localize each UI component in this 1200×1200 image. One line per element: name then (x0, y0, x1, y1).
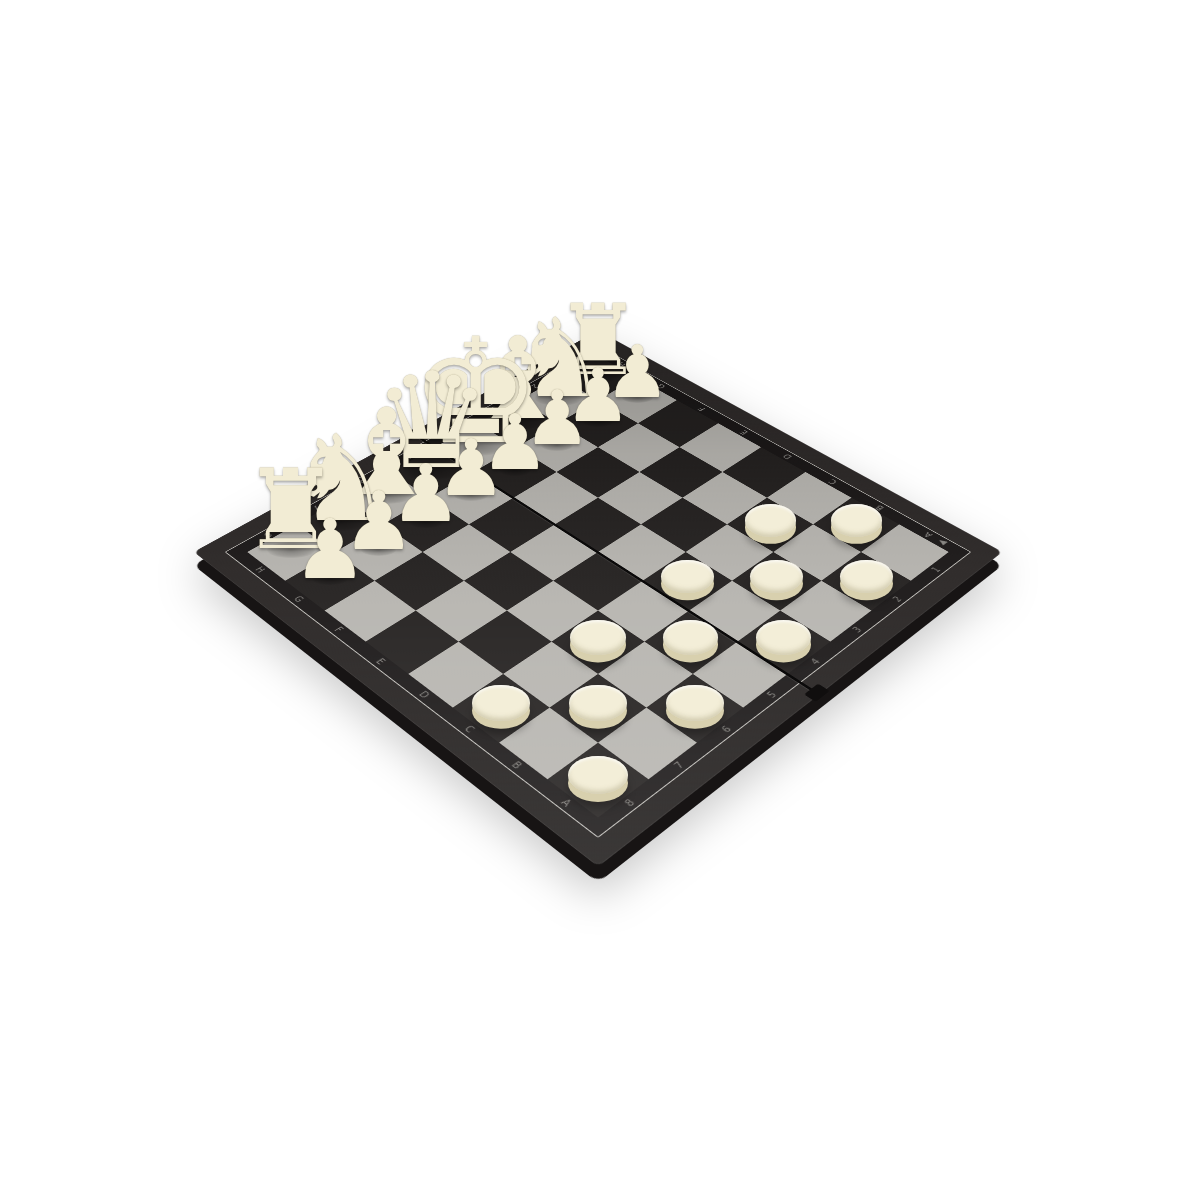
square-c6-r7[interactable] (821, 552, 910, 611)
board-grid (247, 356, 948, 817)
square-c2-r3[interactable] (464, 552, 553, 611)
square-c0-r7[interactable] (547, 743, 648, 818)
square-c4-r5[interactable] (643, 552, 732, 611)
square-c0-r3[interactable] (366, 611, 459, 674)
square-c1-r2[interactable] (375, 552, 464, 611)
square-c3-r7[interactable] (693, 642, 788, 708)
square-c5-r7[interactable] (780, 581, 871, 642)
square-c4-r7[interactable] (737, 611, 830, 674)
file-label-bottom-H: H (253, 566, 266, 574)
square-c2-r4[interactable] (507, 581, 598, 642)
rank-label-right-6: 6 (720, 725, 733, 734)
square-c1-r7[interactable] (598, 708, 697, 780)
rank-label-right-4: 4 (810, 658, 823, 667)
square-c0-r1[interactable] (285, 552, 374, 611)
file-label-bottom-G: G (292, 595, 305, 604)
square-c2-r5[interactable] (552, 611, 645, 674)
square-c5-r6[interactable] (732, 552, 821, 611)
square-c2-r6[interactable] (598, 642, 693, 708)
file-label-bottom-B: B (510, 761, 524, 771)
rank-label-right-3: 3 (851, 626, 863, 634)
file-label-bottom-F: F (332, 626, 344, 634)
square-c4-r6[interactable] (689, 581, 780, 642)
folding-chess-checkers-board: HHGGFFEEDDCCBBAA8877665544332211▶ (194, 331, 1003, 867)
square-c3-r5[interactable] (598, 581, 689, 642)
file-label-bottom-E: E (374, 658, 387, 667)
square-c3-r6[interactable] (644, 611, 737, 674)
square-c0-r2[interactable] (325, 581, 416, 642)
file-label-bottom-A: A (559, 798, 573, 808)
square-c0-r5[interactable] (453, 674, 550, 743)
square-c0-r6[interactable] (499, 708, 598, 780)
square-c1-r6[interactable] (550, 674, 647, 743)
board-frame: HHGGFFEEDDCCBBAA8877665544332211▶ (194, 331, 1003, 867)
rank-label-right-7: 7 (673, 761, 686, 771)
file-label-bottom-C: C (462, 725, 476, 735)
square-c0-r4[interactable] (408, 642, 503, 708)
product-photo-scene: HHGGFFEEDDCCBBAA8877665544332211▶ ♜♞♟♝♟♚… (0, 0, 1200, 1200)
rank-label-right-5: 5 (766, 690, 779, 699)
board-wrapper: HHGGFFEEDDCCBBAA8877665544332211▶ (0, 0, 1200, 1200)
file-label-bottom-D: D (417, 690, 431, 700)
square-c1-r5[interactable] (503, 642, 598, 708)
rank-label-right-8: 8 (623, 798, 637, 808)
square-c2-r7[interactable] (646, 674, 743, 743)
rank-label-right-1: 1 (930, 566, 942, 574)
rank-label-right-2: 2 (892, 595, 904, 603)
square-c1-r4[interactable] (459, 611, 552, 674)
square-c3-r4[interactable] (553, 552, 642, 611)
square-c1-r3[interactable] (416, 581, 507, 642)
